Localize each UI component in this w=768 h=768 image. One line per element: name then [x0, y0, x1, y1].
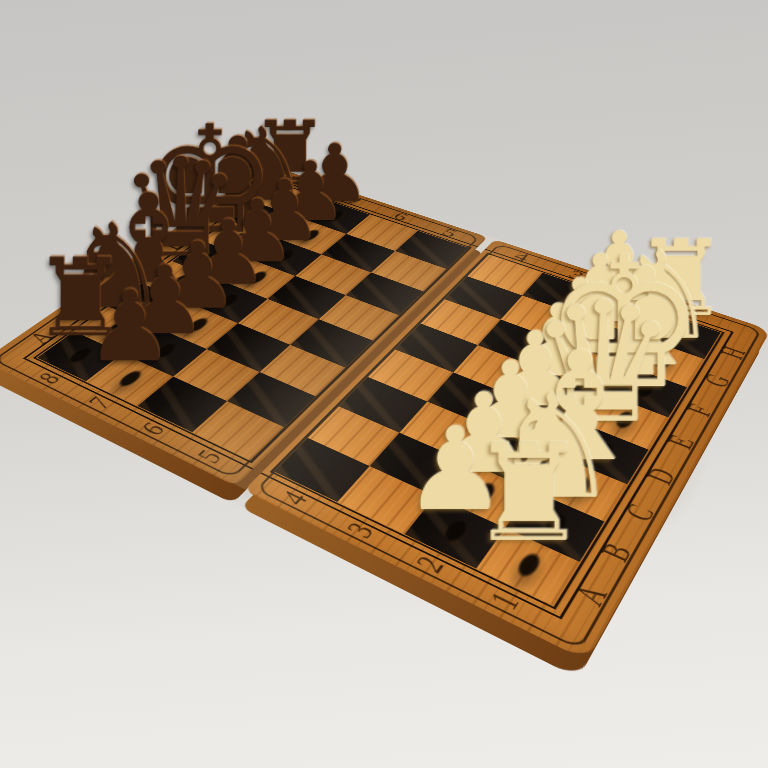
piece-white-rook-a1[interactable]: ♜	[433, 426, 622, 565]
photo-scene: ABCDEFGH88776655 ABCDEFGH44332211 ♜♞♝♛♚♝…	[0, 0, 768, 768]
piece-black-pawn-a7[interactable]: ♟	[52, 277, 208, 379]
folding-chess-board: ABCDEFGH88776655 ABCDEFGH44332211 ♜♞♝♛♚♝…	[0, 165, 768, 661]
